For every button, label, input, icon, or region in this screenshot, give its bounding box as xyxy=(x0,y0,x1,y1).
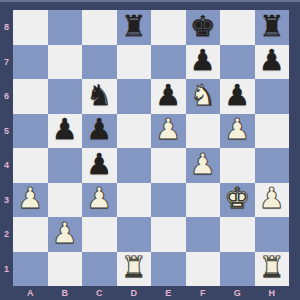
square-e3[interactable] xyxy=(151,183,186,218)
square-f6[interactable]: ♞ xyxy=(186,79,221,114)
square-a1[interactable] xyxy=(13,252,48,287)
white-pawn[interactable]: ♟ xyxy=(86,184,112,213)
black-pawn[interactable]: ♟ xyxy=(86,115,112,144)
square-g5[interactable]: ♟ xyxy=(220,114,255,149)
square-a7[interactable] xyxy=(13,45,48,80)
file-label-c: C xyxy=(82,286,117,299)
square-e5[interactable]: ♟ xyxy=(151,114,186,149)
white-pawn[interactable]: ♟ xyxy=(52,219,78,248)
square-f1[interactable] xyxy=(186,252,221,287)
square-f7[interactable]: ♟ xyxy=(186,45,221,80)
square-f5[interactable] xyxy=(186,114,221,149)
square-h7[interactable]: ♟ xyxy=(255,45,290,80)
square-a5[interactable] xyxy=(13,114,48,149)
square-c6[interactable]: ♞ xyxy=(82,79,117,114)
chess-board[interactable]: ♜♚♜♟♟♞♟♞♟♟♟♟♟♟♟♟♟♚♟♟♜♜ xyxy=(13,10,289,286)
square-b8[interactable] xyxy=(48,10,83,45)
square-e1[interactable] xyxy=(151,252,186,287)
rank-label-7: 7 xyxy=(0,45,13,80)
black-pawn[interactable]: ♟ xyxy=(155,81,181,110)
white-rook[interactable]: ♜ xyxy=(121,253,147,282)
square-d4[interactable] xyxy=(117,148,152,183)
file-label-h: H xyxy=(255,286,290,299)
square-e8[interactable] xyxy=(151,10,186,45)
square-h6[interactable] xyxy=(255,79,290,114)
square-c2[interactable] xyxy=(82,217,117,252)
rank-labels: 87654321 xyxy=(0,10,13,286)
square-c7[interactable] xyxy=(82,45,117,80)
white-king[interactable]: ♚ xyxy=(224,184,250,213)
file-label-a: A xyxy=(13,286,48,299)
square-c8[interactable] xyxy=(82,10,117,45)
square-c3[interactable]: ♟ xyxy=(82,183,117,218)
rank-label-2: 2 xyxy=(0,217,13,252)
square-h5[interactable] xyxy=(255,114,290,149)
file-label-f: F xyxy=(186,286,221,299)
square-b4[interactable] xyxy=(48,148,83,183)
square-c5[interactable]: ♟ xyxy=(82,114,117,149)
file-labels: ABCDEFGH xyxy=(13,286,289,299)
square-h3[interactable]: ♟ xyxy=(255,183,290,218)
square-h8[interactable]: ♜ xyxy=(255,10,290,45)
white-pawn[interactable]: ♟ xyxy=(190,150,216,179)
square-g7[interactable] xyxy=(220,45,255,80)
square-g8[interactable] xyxy=(220,10,255,45)
square-b6[interactable] xyxy=(48,79,83,114)
rank-label-5: 5 xyxy=(0,114,13,149)
white-pawn[interactable]: ♟ xyxy=(17,184,43,213)
rank-label-4: 4 xyxy=(0,148,13,183)
square-h1[interactable]: ♜ xyxy=(255,252,290,287)
rank-label-3: 3 xyxy=(0,183,13,218)
white-pawn[interactable]: ♟ xyxy=(259,184,285,213)
black-rook[interactable]: ♜ xyxy=(259,12,285,41)
square-d8[interactable]: ♜ xyxy=(117,10,152,45)
square-f2[interactable] xyxy=(186,217,221,252)
square-d2[interactable] xyxy=(117,217,152,252)
square-d1[interactable]: ♜ xyxy=(117,252,152,287)
square-g3[interactable]: ♚ xyxy=(220,183,255,218)
white-knight[interactable]: ♞ xyxy=(190,81,216,110)
square-f3[interactable] xyxy=(186,183,221,218)
rank-label-1: 1 xyxy=(0,252,13,287)
square-c4[interactable]: ♟ xyxy=(82,148,117,183)
black-pawn[interactable]: ♟ xyxy=(259,46,285,75)
square-h4[interactable] xyxy=(255,148,290,183)
square-b2[interactable]: ♟ xyxy=(48,217,83,252)
square-f8[interactable]: ♚ xyxy=(186,10,221,45)
black-pawn[interactable]: ♟ xyxy=(52,115,78,144)
file-label-b: B xyxy=(48,286,83,299)
black-rook[interactable]: ♜ xyxy=(121,12,147,41)
square-g1[interactable] xyxy=(220,252,255,287)
file-label-d: D xyxy=(117,286,152,299)
square-g4[interactable] xyxy=(220,148,255,183)
square-g6[interactable]: ♟ xyxy=(220,79,255,114)
black-knight[interactable]: ♞ xyxy=(86,81,112,110)
white-pawn[interactable]: ♟ xyxy=(224,115,250,144)
square-d3[interactable] xyxy=(117,183,152,218)
square-d6[interactable] xyxy=(117,79,152,114)
file-label-e: E xyxy=(151,286,186,299)
black-king[interactable]: ♚ xyxy=(190,12,216,41)
square-e4[interactable] xyxy=(151,148,186,183)
square-e7[interactable] xyxy=(151,45,186,80)
white-rook[interactable]: ♜ xyxy=(259,253,285,282)
square-e6[interactable]: ♟ xyxy=(151,79,186,114)
square-a2[interactable] xyxy=(13,217,48,252)
square-d7[interactable] xyxy=(117,45,152,80)
square-b1[interactable] xyxy=(48,252,83,287)
square-a4[interactable] xyxy=(13,148,48,183)
chess-board-frame: 87654321 ♜♚♜♟♟♞♟♞♟♟♟♟♟♟♟♟♟♚♟♟♜♜ ABCDEFGH xyxy=(0,0,300,300)
square-a3[interactable]: ♟ xyxy=(13,183,48,218)
square-e2[interactable] xyxy=(151,217,186,252)
square-h2[interactable] xyxy=(255,217,290,252)
square-g2[interactable] xyxy=(220,217,255,252)
square-b5[interactable]: ♟ xyxy=(48,114,83,149)
white-pawn[interactable]: ♟ xyxy=(155,115,181,144)
square-d5[interactable] xyxy=(117,114,152,149)
square-c1[interactable] xyxy=(82,252,117,287)
square-f4[interactable]: ♟ xyxy=(186,148,221,183)
rank-label-8: 8 xyxy=(0,10,13,45)
black-pawn[interactable]: ♟ xyxy=(86,150,112,179)
square-b3[interactable] xyxy=(48,183,83,218)
rank-label-6: 6 xyxy=(0,79,13,114)
file-label-g: G xyxy=(220,286,255,299)
square-b7[interactable] xyxy=(48,45,83,80)
square-a8[interactable] xyxy=(13,10,48,45)
black-pawn[interactable]: ♟ xyxy=(190,46,216,75)
square-a6[interactable] xyxy=(13,79,48,114)
black-pawn[interactable]: ♟ xyxy=(224,81,250,110)
